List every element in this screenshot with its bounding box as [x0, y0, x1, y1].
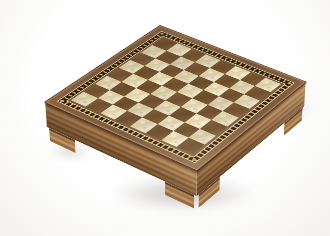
square-g2	[173, 122, 200, 138]
square-d3	[139, 94, 166, 109]
square-f5	[192, 90, 218, 105]
square-d1	[115, 111, 142, 126]
square-g4	[196, 105, 223, 120]
square-f4	[181, 98, 208, 113]
square-b2	[98, 90, 125, 105]
square-g1	[161, 131, 189, 147]
square-e1	[130, 118, 157, 134]
square-h4	[212, 111, 239, 126]
square-f2	[157, 115, 184, 131]
square-h2	[189, 129, 217, 145]
chess-board	[45, 26, 306, 171]
square-e4	[166, 92, 192, 107]
square-g5	[207, 96, 234, 111]
square-c1	[100, 105, 127, 120]
square-e3	[154, 100, 181, 115]
square-d2	[127, 102, 154, 117]
square-a1	[71, 92, 98, 107]
perspective-container	[0, 0, 330, 236]
square-h6	[234, 94, 260, 109]
square-h5	[223, 103, 250, 118]
square-c2	[112, 96, 139, 111]
square-b1	[85, 98, 112, 113]
square-g3	[185, 113, 212, 128]
board-top-surface	[45, 26, 306, 171]
chessboard-photo	[0, 0, 330, 236]
square-h3	[200, 120, 227, 136]
square-f1	[145, 124, 173, 140]
square-f3	[169, 107, 196, 122]
square-h1	[177, 138, 205, 154]
square-e2	[142, 109, 169, 124]
